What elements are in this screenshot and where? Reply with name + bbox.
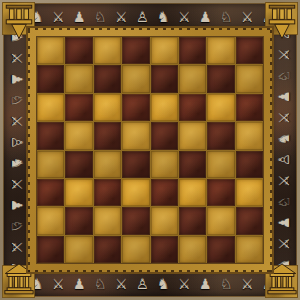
square-g8[interactable] xyxy=(207,37,234,64)
square-f2[interactable] xyxy=(179,207,206,234)
square-b6[interactable] xyxy=(65,94,92,121)
frieze-right: ♞ ⚔ ♟ ♘ ⚔ ♙ ♞ ⚔ ♟ ♘ ⚔ ♙ ♞ ⚔ ♟ ♘ ⚔ ♙ ♞ ⚔ … xyxy=(270,32,297,270)
square-h8[interactable] xyxy=(236,37,263,64)
roman-battle-figures-icon: ♞ ⚔ ♟ ♘ ⚔ ♙ ♞ ⚔ ♟ ♘ ⚔ ♙ ♞ ⚔ ♟ ♘ ⚔ ♙ ♞ ⚔ … xyxy=(10,32,24,270)
roman-battle-figures-icon: ♞ ⚔ ♟ ♘ ⚔ ♙ ♞ ⚔ ♟ ♘ ⚔ ♙ ♞ ⚔ ♟ ♘ ⚔ ♙ ♞ ⚔ … xyxy=(32,277,270,291)
square-b4[interactable] xyxy=(65,151,92,178)
square-d2[interactable] xyxy=(122,207,149,234)
square-f6[interactable] xyxy=(179,94,206,121)
square-b2[interactable] xyxy=(65,207,92,234)
square-e1[interactable] xyxy=(151,236,178,263)
square-h5[interactable] xyxy=(236,122,263,149)
square-h4[interactable] xyxy=(236,151,263,178)
square-e6[interactable] xyxy=(151,94,178,121)
square-g5[interactable] xyxy=(207,122,234,149)
board-grid xyxy=(37,37,263,263)
square-c4[interactable] xyxy=(94,151,121,178)
square-c8[interactable] xyxy=(94,37,121,64)
square-f5[interactable] xyxy=(179,122,206,149)
square-g7[interactable] xyxy=(207,65,234,92)
square-c2[interactable] xyxy=(94,207,121,234)
square-d7[interactable] xyxy=(122,65,149,92)
square-b3[interactable] xyxy=(65,179,92,206)
square-b5[interactable] xyxy=(65,122,92,149)
square-c3[interactable] xyxy=(94,179,121,206)
square-e8[interactable] xyxy=(151,37,178,64)
square-h3[interactable] xyxy=(236,179,263,206)
roman-battle-figures-icon: ♞ ⚔ ♟ ♘ ⚔ ♙ ♞ ⚔ ♟ ♘ ⚔ ♙ ♞ ⚔ ♟ ♘ ⚔ ♙ ♞ ⚔ … xyxy=(32,10,270,24)
square-e3[interactable] xyxy=(151,179,178,206)
square-h7[interactable] xyxy=(236,65,263,92)
square-a5[interactable] xyxy=(37,122,64,149)
square-h6[interactable] xyxy=(236,94,263,121)
square-h2[interactable] xyxy=(236,207,263,234)
square-d1[interactable] xyxy=(122,236,149,263)
square-f3[interactable] xyxy=(179,179,206,206)
frieze-bottom: ♞ ⚔ ♟ ♘ ⚔ ♙ ♞ ⚔ ♟ ♘ ⚔ ♙ ♞ ⚔ ♟ ♘ ⚔ ♙ ♞ ⚔ … xyxy=(32,270,270,297)
ornate-chessboard: ♞ ⚔ ♟ ♘ ⚔ ♙ ♞ ⚔ ♟ ♘ ⚔ ♙ ♞ ⚔ ♟ ♘ ⚔ ♙ ♞ ⚔ … xyxy=(0,0,300,300)
square-a6[interactable] xyxy=(37,94,64,121)
square-g4[interactable] xyxy=(207,151,234,178)
square-a7[interactable] xyxy=(37,65,64,92)
square-d8[interactable] xyxy=(122,37,149,64)
square-a3[interactable] xyxy=(37,179,64,206)
square-g1[interactable] xyxy=(207,236,234,263)
square-d4[interactable] xyxy=(122,151,149,178)
square-f8[interactable] xyxy=(179,37,206,64)
square-e4[interactable] xyxy=(151,151,178,178)
square-a2[interactable] xyxy=(37,207,64,234)
square-d5[interactable] xyxy=(122,122,149,149)
square-d3[interactable] xyxy=(122,179,149,206)
square-c6[interactable] xyxy=(94,94,121,121)
square-b7[interactable] xyxy=(65,65,92,92)
square-e2[interactable] xyxy=(151,207,178,234)
square-g2[interactable] xyxy=(207,207,234,234)
square-g3[interactable] xyxy=(207,179,234,206)
frieze-top: ♞ ⚔ ♟ ♘ ⚔ ♙ ♞ ⚔ ♟ ♘ ⚔ ♙ ♞ ⚔ ♟ ♘ ⚔ ♙ ♞ ⚔ … xyxy=(32,3,270,30)
square-e7[interactable] xyxy=(151,65,178,92)
square-c5[interactable] xyxy=(94,122,121,149)
square-b1[interactable] xyxy=(65,236,92,263)
square-c7[interactable] xyxy=(94,65,121,92)
frieze-left: ♞ ⚔ ♟ ♘ ⚔ ♙ ♞ ⚔ ♟ ♘ ⚔ ♙ ♞ ⚔ ♟ ♘ ⚔ ♙ ♞ ⚔ … xyxy=(3,32,30,270)
square-h1[interactable] xyxy=(236,236,263,263)
square-g6[interactable] xyxy=(207,94,234,121)
square-e5[interactable] xyxy=(151,122,178,149)
roman-battle-figures-icon: ♞ ⚔ ♟ ♘ ⚔ ♙ ♞ ⚔ ♟ ♘ ⚔ ♙ ♞ ⚔ ♟ ♘ ⚔ ♙ ♞ ⚔ … xyxy=(277,32,291,270)
square-a4[interactable] xyxy=(37,151,64,178)
square-b8[interactable] xyxy=(65,37,92,64)
square-f1[interactable] xyxy=(179,236,206,263)
square-a1[interactable] xyxy=(37,236,64,263)
square-d6[interactable] xyxy=(122,94,149,121)
square-f7[interactable] xyxy=(179,65,206,92)
square-a8[interactable] xyxy=(37,37,64,64)
square-f4[interactable] xyxy=(179,151,206,178)
square-c1[interactable] xyxy=(94,236,121,263)
